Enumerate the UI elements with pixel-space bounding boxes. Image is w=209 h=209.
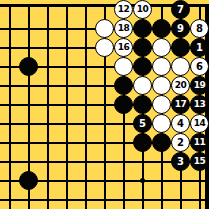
intersection bbox=[95, 38, 114, 57]
intersection bbox=[152, 95, 171, 114]
stone-black bbox=[133, 133, 152, 152]
stone-white: 10 bbox=[133, 0, 152, 19]
move-number-label: 9 bbox=[177, 24, 184, 34]
intersection bbox=[133, 19, 152, 38]
stone-black bbox=[114, 76, 133, 95]
stone-white: 20 bbox=[171, 76, 190, 95]
intersection: 18 bbox=[114, 19, 133, 38]
stone-white bbox=[95, 19, 114, 38]
intersection: 20 bbox=[171, 76, 190, 95]
stone-white: 2 bbox=[171, 133, 190, 152]
stone-black: 3 bbox=[171, 152, 190, 171]
intersection: 13 bbox=[190, 95, 209, 114]
intersection: 8 bbox=[190, 19, 209, 38]
stone-white: 12 bbox=[114, 0, 133, 19]
move-number-label: 13 bbox=[194, 100, 206, 109]
move-number-label: 18 bbox=[118, 24, 130, 33]
stone-white bbox=[152, 95, 171, 114]
intersection: 1 bbox=[190, 38, 209, 57]
stone-black: 19 bbox=[190, 76, 209, 95]
stone-black: 7 bbox=[171, 0, 190, 19]
intersection bbox=[152, 133, 171, 152]
intersection: 16 bbox=[114, 38, 133, 57]
intersection bbox=[133, 133, 152, 152]
intersection bbox=[152, 114, 171, 133]
stone-white: 16 bbox=[114, 38, 133, 57]
stone-black bbox=[133, 19, 152, 38]
intersection: 6 bbox=[190, 57, 209, 76]
move-number-label: 15 bbox=[194, 157, 206, 166]
intersection: 12 bbox=[114, 0, 133, 19]
intersection: 10 bbox=[133, 0, 152, 19]
move-number-label: 17 bbox=[175, 100, 187, 109]
stone-white bbox=[95, 38, 114, 57]
move-number-label: 14 bbox=[194, 119, 206, 128]
move-number-label: 5 bbox=[139, 119, 146, 129]
stone-black: 9 bbox=[171, 19, 190, 38]
go-board: 1210718981616201917135414211315 bbox=[0, 0, 209, 209]
intersection bbox=[19, 57, 38, 76]
move-number-label: 7 bbox=[177, 5, 184, 15]
move-number-label: 11 bbox=[194, 138, 206, 147]
stone-white: 4 bbox=[171, 114, 190, 133]
intersection: 17 bbox=[171, 95, 190, 114]
intersection bbox=[114, 57, 133, 76]
intersection: 19 bbox=[190, 76, 209, 95]
intersection: 7 bbox=[171, 0, 190, 19]
stone-black: 1 bbox=[190, 38, 209, 57]
intersection: 5 bbox=[133, 114, 152, 133]
move-number-label: 8 bbox=[196, 24, 203, 34]
stone-black bbox=[19, 57, 38, 76]
intersection bbox=[133, 38, 152, 57]
stone-black bbox=[133, 38, 152, 57]
intersection: 4 bbox=[171, 114, 190, 133]
stone-black bbox=[171, 38, 190, 57]
move-number-label: 16 bbox=[118, 43, 130, 52]
move-number-label: 2 bbox=[177, 138, 184, 148]
grid-line-vertical bbox=[66, 4, 68, 209]
stone-white: 6 bbox=[190, 57, 209, 76]
intersection bbox=[152, 57, 171, 76]
intersection bbox=[114, 76, 133, 95]
intersection bbox=[133, 95, 152, 114]
move-number-label: 10 bbox=[137, 5, 149, 14]
intersection bbox=[171, 38, 190, 57]
stone-black bbox=[114, 95, 133, 114]
stone-black: 17 bbox=[171, 95, 190, 114]
move-number-label: 19 bbox=[194, 81, 206, 90]
intersection: 15 bbox=[190, 152, 209, 171]
stone-black: 13 bbox=[190, 95, 209, 114]
stone-white bbox=[152, 38, 171, 57]
stone-white bbox=[152, 76, 171, 95]
intersection bbox=[152, 19, 171, 38]
intersection: 3 bbox=[171, 152, 190, 171]
stone-white: 14 bbox=[190, 114, 209, 133]
grid-line-vertical bbox=[47, 4, 49, 209]
intersection bbox=[19, 171, 38, 190]
move-number-label: 4 bbox=[177, 119, 184, 129]
intersection bbox=[171, 57, 190, 76]
stone-white bbox=[152, 57, 171, 76]
stone-black: 11 bbox=[190, 133, 209, 152]
stone-black bbox=[152, 133, 171, 152]
intersection bbox=[133, 57, 152, 76]
move-number-label: 20 bbox=[175, 81, 187, 90]
stone-black bbox=[19, 171, 38, 190]
move-number-label: 3 bbox=[177, 157, 184, 167]
intersection bbox=[114, 95, 133, 114]
intersection bbox=[152, 38, 171, 57]
stone-black bbox=[133, 57, 152, 76]
intersection: 11 bbox=[190, 133, 209, 152]
intersection: 9 bbox=[171, 19, 190, 38]
intersection bbox=[95, 19, 114, 38]
stone-black bbox=[152, 19, 171, 38]
move-number-label: 6 bbox=[196, 62, 203, 72]
intersection: 2 bbox=[171, 133, 190, 152]
intersection bbox=[133, 76, 152, 95]
stone-white bbox=[114, 57, 133, 76]
stone-black bbox=[133, 95, 152, 114]
stone-white: 18 bbox=[114, 19, 133, 38]
stone-white bbox=[171, 57, 190, 76]
intersection bbox=[152, 76, 171, 95]
move-number-label: 1 bbox=[196, 43, 203, 53]
star-point bbox=[140, 178, 145, 183]
grid-line-vertical bbox=[85, 4, 87, 209]
grid-line-vertical bbox=[9, 4, 11, 209]
stone-white bbox=[152, 114, 171, 133]
stone-black: 15 bbox=[190, 152, 209, 171]
stone-black: 5 bbox=[133, 114, 152, 133]
stone-white: 8 bbox=[190, 19, 209, 38]
stone-white bbox=[133, 76, 152, 95]
intersection: 14 bbox=[190, 114, 209, 133]
move-number-label: 12 bbox=[118, 5, 130, 14]
